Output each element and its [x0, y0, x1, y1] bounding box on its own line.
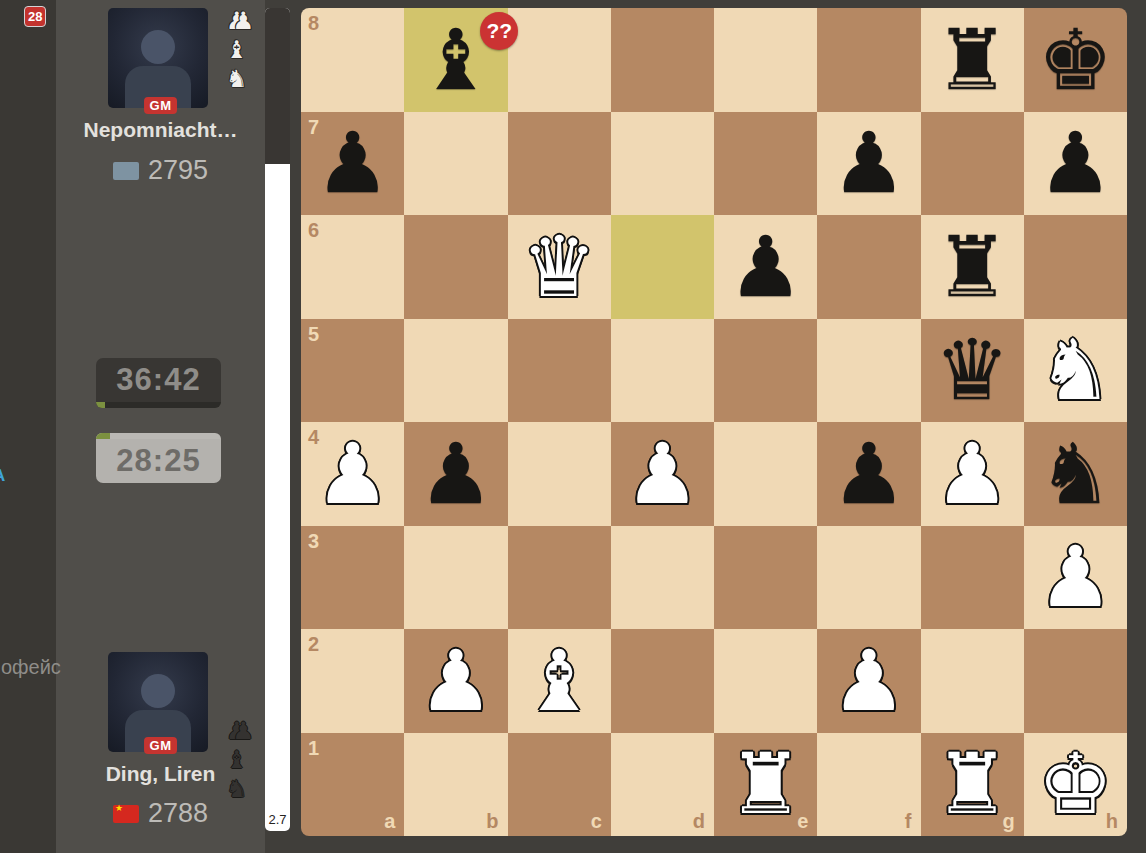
file-label-f: f	[905, 811, 912, 831]
piece-black-pawn[interactable]: ♟	[728, 225, 803, 309]
square-h3[interactable]: ♟	[1024, 526, 1127, 630]
piece-white-pawn[interactable]: ♟	[315, 432, 390, 516]
evaluation-score: 2.7	[265, 812, 290, 827]
piece-white-pawn[interactable]: ♟	[934, 432, 1009, 516]
piece-black-king[interactable]: ♚	[1038, 18, 1113, 102]
china-flag-icon	[113, 805, 139, 823]
piece-black-pawn[interactable]: ♟	[315, 121, 390, 205]
player-top-rating-row: 2795	[56, 155, 265, 186]
evaluation-bar: 2.7	[265, 8, 290, 831]
avatar-head-shape	[141, 30, 175, 64]
clock-top: 36:42	[96, 358, 221, 408]
square-d4[interactable]: ♟	[611, 422, 714, 526]
captured-bishop-icon: ♝	[226, 38, 248, 62]
player-top-name: Nepomniacht…	[56, 118, 265, 142]
piece-white-king[interactable]: ♚	[1038, 742, 1113, 826]
square-g8[interactable]: ♜	[921, 8, 1024, 112]
captured-row: ♝	[226, 35, 266, 64]
square-e1[interactable]: e♜	[714, 733, 817, 837]
square-c4[interactable]	[508, 422, 611, 526]
square-b6[interactable]	[404, 215, 507, 319]
square-g2[interactable]	[921, 629, 1024, 733]
square-e7[interactable]	[714, 112, 817, 216]
square-b3[interactable]	[404, 526, 507, 630]
square-g1[interactable]: g♜	[921, 733, 1024, 837]
square-h2[interactable]	[1024, 629, 1127, 733]
square-c7[interactable]	[508, 112, 611, 216]
piece-black-rook[interactable]: ♜	[934, 225, 1009, 309]
left-dark-column	[0, 0, 56, 853]
gm-title-badge: GM	[144, 737, 178, 754]
square-h7[interactable]: ♟	[1024, 112, 1127, 216]
player-top-rating: 2795	[148, 155, 208, 186]
piece-white-queen[interactable]: ♛	[521, 225, 596, 309]
sidebar: GM Nepomniacht… 2795 ♟♟♝♞ 36:42 28:25 GM…	[56, 0, 265, 853]
player-bottom-rating: 2788	[148, 798, 208, 829]
captured-pieces-top: ♟♟♝♞	[226, 6, 266, 93]
square-h5[interactable]: ♞	[1024, 319, 1127, 423]
square-a3[interactable]: 3	[301, 526, 404, 630]
captured-bishop-icon: ♝	[226, 748, 248, 772]
left-edge-text: офейс	[1, 656, 61, 679]
piece-black-queen[interactable]: ♛	[934, 328, 1009, 412]
square-d6[interactable]	[611, 215, 714, 319]
piece-white-pawn[interactable]: ♟	[1038, 535, 1113, 619]
captured-row: ♞	[226, 774, 266, 803]
square-e3[interactable]	[714, 526, 817, 630]
clock-bottom-time: 28:25	[96, 439, 221, 483]
square-a4[interactable]: 4♟	[301, 422, 404, 526]
square-d7[interactable]	[611, 112, 714, 216]
square-b5[interactable]	[404, 319, 507, 423]
square-d3[interactable]	[611, 526, 714, 630]
notification-badge[interactable]: 28	[24, 6, 46, 27]
square-g5[interactable]: ♛	[921, 319, 1024, 423]
square-c2[interactable]: ♝	[508, 629, 611, 733]
square-a6[interactable]: 6	[301, 215, 404, 319]
piece-white-knight[interactable]: ♞	[1038, 328, 1113, 412]
square-f8[interactable]	[817, 8, 920, 112]
square-a1[interactable]: 1a	[301, 733, 404, 837]
file-label-c: c	[591, 811, 602, 831]
square-f4[interactable]: ♟	[817, 422, 920, 526]
captured-knight-icon: ♞	[226, 777, 248, 801]
evaluation-bar-black-part	[265, 8, 290, 164]
captured-row: ♞	[226, 64, 266, 93]
file-label-a: a	[384, 811, 395, 831]
piece-black-pawn[interactable]: ♟	[831, 121, 906, 205]
avatar-head-shape	[141, 674, 175, 708]
square-d1[interactable]: d	[611, 733, 714, 837]
square-d5[interactable]	[611, 319, 714, 423]
square-c5[interactable]	[508, 319, 611, 423]
square-f5[interactable]	[817, 319, 920, 423]
square-f1[interactable]: f	[817, 733, 920, 837]
square-e4[interactable]	[714, 422, 817, 526]
piece-black-pawn[interactable]: ♟	[1038, 121, 1113, 205]
square-f3[interactable]	[817, 526, 920, 630]
captured-pieces-bottom: ♟♟♝♞	[226, 716, 266, 803]
square-b7[interactable]	[404, 112, 507, 216]
captured-row: ♝	[226, 745, 266, 774]
file-label-b: b	[486, 811, 498, 831]
square-f2[interactable]: ♟	[817, 629, 920, 733]
square-b8[interactable]: ♝??	[404, 8, 507, 112]
player-top-avatar	[108, 8, 208, 108]
piece-black-knight[interactable]: ♞	[1038, 432, 1113, 516]
rank-label-1: 1	[308, 738, 319, 758]
fide-flag-icon	[113, 162, 139, 180]
captured-pawn-icon: ♟	[233, 719, 255, 743]
piece-black-pawn[interactable]: ♟	[831, 432, 906, 516]
square-h6[interactable]	[1024, 215, 1127, 319]
clock-bottom-progress	[96, 433, 221, 439]
square-d2[interactable]	[611, 629, 714, 733]
piece-white-rook[interactable]: ♜	[934, 742, 1009, 826]
clock-top-time: 36:42	[96, 358, 221, 402]
chess-board: 8♝??♜♚7♟♟♟6♛♟♜5♛♞4♟♟♟♟♟♞3♟2♟♝♟1abcde♜fg♜…	[301, 8, 1127, 836]
piece-white-pawn[interactable]: ♟	[418, 639, 493, 723]
clock-bottom: 28:25	[96, 433, 221, 483]
square-c1[interactable]: c	[508, 733, 611, 837]
rank-label-6: 6	[308, 220, 319, 240]
captured-row: ♟♟	[226, 716, 266, 745]
square-h8[interactable]: ♚	[1024, 8, 1127, 112]
square-c3[interactable]	[508, 526, 611, 630]
square-e2[interactable]	[714, 629, 817, 733]
square-f7[interactable]: ♟	[817, 112, 920, 216]
rank-label-2: 2	[308, 634, 319, 654]
square-c8[interactable]	[508, 8, 611, 112]
piece-white-rook[interactable]: ♜	[728, 742, 803, 826]
captured-knight-icon: ♞	[226, 67, 248, 91]
square-g7[interactable]	[921, 112, 1024, 216]
rank-label-5: 5	[308, 324, 319, 344]
piece-black-pawn[interactable]: ♟	[418, 432, 493, 516]
piece-white-pawn[interactable]: ♟	[831, 639, 906, 723]
square-h1[interactable]: h♚	[1024, 733, 1127, 837]
rank-label-3: 3	[308, 531, 319, 551]
square-c6[interactable]: ♛	[508, 215, 611, 319]
captured-row: ♟♟	[226, 6, 266, 35]
square-d8[interactable]	[611, 8, 714, 112]
square-b4[interactable]: ♟	[404, 422, 507, 526]
rank-label-8: 8	[308, 13, 319, 33]
square-a8[interactable]: 8	[301, 8, 404, 112]
captured-pawn-icon: ♟	[233, 9, 255, 33]
clock-top-progress	[96, 402, 221, 408]
square-b1[interactable]: b	[404, 733, 507, 837]
piece-white-pawn[interactable]: ♟	[625, 432, 700, 516]
square-g3[interactable]	[921, 526, 1024, 630]
square-g4[interactable]: ♟	[921, 422, 1024, 526]
square-g6[interactable]: ♜	[921, 215, 1024, 319]
file-label-d: d	[693, 811, 705, 831]
piece-white-bishop[interactable]: ♝	[521, 639, 596, 723]
square-h4[interactable]: ♞	[1024, 422, 1127, 526]
square-a7[interactable]: 7♟	[301, 112, 404, 216]
gm-title-badge: GM	[144, 97, 178, 114]
square-b2[interactable]: ♟	[404, 629, 507, 733]
square-e5[interactable]	[714, 319, 817, 423]
blunder-annotation-badge: ??	[480, 12, 518, 50]
square-a2[interactable]: 2	[301, 629, 404, 733]
square-e8[interactable]	[714, 8, 817, 112]
square-e6[interactable]: ♟	[714, 215, 817, 319]
square-a5[interactable]: 5	[301, 319, 404, 423]
square-f6[interactable]	[817, 215, 920, 319]
piece-black-rook[interactable]: ♜	[934, 18, 1009, 102]
left-edge-blue-text: A	[0, 466, 5, 486]
